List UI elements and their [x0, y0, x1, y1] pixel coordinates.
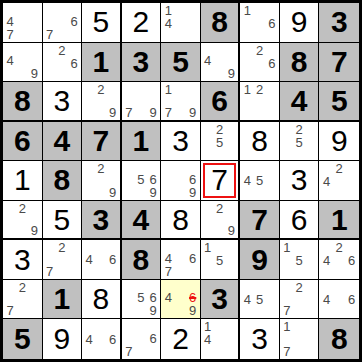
candidate-9: 9: [225, 67, 237, 80]
candidate-7: 7: [44, 28, 56, 41]
solved-digit: 8: [240, 122, 279, 161]
candidate-7: 7: [4, 28, 16, 41]
cell-r2c8[interactable]: 8: [280, 43, 320, 83]
cell-r6c8[interactable]: 6: [280, 201, 320, 241]
candidate-7: 7: [123, 345, 135, 358]
candidate-2: 2: [95, 162, 107, 175]
candidate-1: 1: [202, 241, 214, 254]
pencil-marks: 17: [281, 320, 318, 358]
given-digit: 5: [319, 82, 359, 120]
pencil-marks: 46: [83, 241, 119, 278]
candidate-6: 6: [68, 15, 80, 28]
given-digit: 8: [122, 240, 161, 279]
cell-r3c3[interactable]: 29: [82, 82, 122, 122]
cell-r3c1[interactable]: 8: [3, 82, 43, 122]
cell-r2c7[interactable]: 26: [240, 43, 280, 83]
given-digit: 1: [122, 122, 161, 161]
candidate-9: 9: [187, 186, 199, 199]
sudoku-board: 4767521481693492613549268783297917961245…: [0, 0, 362, 362]
candidate-6: 6: [345, 293, 358, 306]
solved-digit: 3: [280, 161, 319, 200]
pencil-marks: 29: [4, 202, 41, 238]
cell-r9c5[interactable]: 2: [161, 319, 201, 359]
candidate-4: 4: [241, 293, 253, 306]
pencil-marks: 15: [202, 241, 238, 278]
candidate-4: 4: [320, 293, 333, 306]
given-digit: 8: [280, 43, 319, 82]
cell-r3c6[interactable]: 6: [201, 82, 241, 122]
candidate-5: 5: [293, 136, 305, 149]
cell-r4c5[interactable]: 3: [161, 122, 201, 162]
given-digit: 4: [43, 122, 82, 161]
cell-r7c8[interactable]: 15: [280, 240, 320, 280]
candidate-6: 6: [107, 253, 119, 266]
cell-r5c7[interactable]: 45: [240, 161, 280, 201]
cell-r6c3[interactable]: 3: [82, 201, 122, 241]
pencil-marks: 27: [4, 281, 41, 318]
candidate-6: 6: [107, 333, 119, 346]
candidate-4: 4: [162, 252, 174, 265]
candidate-9: 9: [28, 224, 40, 237]
cell-r9c9[interactable]: 8: [319, 319, 359, 359]
cell-r6c6[interactable]: 29: [201, 201, 241, 241]
cell-r2c3[interactable]: 1: [82, 43, 122, 83]
candidate-1: 1: [241, 4, 253, 17]
pencil-marks: 246: [320, 241, 358, 278]
given-digit: 4: [280, 82, 319, 120]
cell-r7c6[interactable]: 15: [201, 240, 241, 280]
cell-r6c5[interactable]: 8: [161, 201, 201, 241]
cell-r2c6[interactable]: 49: [201, 43, 241, 83]
solved-digit: 2: [122, 3, 161, 42]
candidate-4: 4: [241, 174, 253, 187]
candidate-7: 7: [162, 106, 174, 119]
candidate-2: 2: [333, 241, 346, 254]
pencil-marks: 29: [83, 162, 119, 199]
given-digit: 1: [319, 201, 359, 239]
cell-r8c4[interactable]: 569: [122, 280, 162, 320]
candidate-6: 6: [68, 57, 80, 70]
candidate-4: 4: [202, 333, 214, 346]
candidate-2: 2: [95, 83, 107, 96]
pencil-marks: 15: [281, 241, 318, 278]
cell-r3c7[interactable]: 12: [240, 82, 280, 122]
candidate-5: 5: [214, 136, 226, 149]
cell-r4c1[interactable]: 6: [3, 122, 43, 162]
candidate-2: 2: [254, 44, 266, 57]
solved-digit: 2: [161, 319, 200, 359]
solved-digit: 9: [280, 3, 319, 42]
candidate-9: 9: [28, 67, 40, 80]
candidate-9: 9: [147, 304, 159, 317]
candidate-4: 4: [162, 291, 174, 304]
cell-r6c2[interactable]: 5: [43, 201, 83, 241]
cell-r5c9[interactable]: 24: [319, 161, 359, 201]
candidate-2: 2: [214, 202, 226, 215]
pencil-marks: 49: [202, 44, 238, 81]
given-digit: 8: [43, 161, 82, 200]
candidate-2: 2: [293, 281, 305, 294]
candidate-2: 2: [293, 123, 305, 136]
cell-r7c2[interactable]: 27: [43, 240, 83, 280]
given-digit: 7: [82, 122, 120, 161]
solved-digit: 3: [240, 319, 279, 359]
pencil-marks: 16: [241, 4, 278, 41]
solved-digit: 1: [3, 161, 42, 200]
candidate-6: 6: [266, 17, 278, 30]
cell-r6c7[interactable]: 7: [240, 201, 280, 241]
pencil-marks: 69: [162, 162, 199, 199]
candidate-1: 1: [241, 83, 253, 96]
pencil-marks: 45: [241, 281, 278, 318]
pencil-marks: 67: [123, 320, 160, 358]
candidate-2: 2: [56, 241, 68, 254]
solved-digit: 5: [43, 201, 82, 239]
pencil-marks: 29: [83, 83, 119, 119]
cell-r1c8[interactable]: 9: [280, 3, 320, 43]
cell-r9c2[interactable]: 9: [43, 319, 83, 359]
pencil-marks: 179: [162, 83, 199, 119]
candidate-2: 2: [214, 123, 226, 136]
pencil-marks: 469: [162, 281, 199, 318]
solved-digit: 9: [319, 122, 359, 161]
cell-r1c7[interactable]: 16: [240, 3, 280, 43]
given-digit: 3: [122, 43, 161, 82]
candidate-5: 5: [293, 254, 305, 267]
pencil-marks: 12: [241, 83, 278, 119]
pencil-marks: 25: [281, 123, 318, 160]
candidate-9: 9: [147, 186, 159, 199]
candidate-2: 2: [16, 281, 28, 294]
cell-r8c2[interactable]: 1: [43, 280, 83, 320]
given-digit: 3: [82, 201, 120, 239]
pencil-marks: 26: [44, 44, 81, 81]
candidate-4: 4: [162, 17, 174, 30]
pencil-marks: 25: [202, 123, 238, 160]
given-digit: 5: [3, 319, 42, 359]
candidate-9: 9: [187, 304, 199, 317]
cell-r9c4[interactable]: 67: [122, 319, 162, 359]
candidate-7: 7: [281, 345, 293, 358]
solved-digit: 3: [161, 122, 200, 161]
given-digit: 1: [82, 43, 120, 82]
cell-r6c9[interactable]: 1: [319, 201, 359, 241]
cell-r7c4[interactable]: 8: [122, 240, 162, 280]
pencil-marks: 67: [44, 4, 81, 41]
cell-r2c9[interactable]: 7: [319, 43, 359, 83]
candidate-2: 2: [56, 44, 68, 57]
cell-r9c8[interactable]: 17: [280, 319, 320, 359]
cell-r8c1[interactable]: 27: [3, 280, 43, 320]
solved-digit: 6: [280, 201, 319, 239]
pencil-marks: 79: [123, 83, 160, 119]
candidate-7: 7: [281, 304, 293, 317]
candidate-4: 4: [4, 54, 16, 67]
pencil-marks: 49: [4, 44, 41, 81]
cell-r1c1[interactable]: 47: [3, 3, 43, 43]
cell-r5c1[interactable]: 1: [3, 161, 43, 201]
cell-r7c1[interactable]: 3: [3, 240, 43, 280]
pencil-marks: 467: [162, 241, 199, 278]
cell-r2c2[interactable]: 26: [43, 43, 83, 83]
cell-r2c1[interactable]: 49: [3, 43, 43, 83]
cell-r9c7[interactable]: 3: [240, 319, 280, 359]
given-digit: 4: [122, 201, 161, 239]
candidate-6: 6: [147, 173, 159, 186]
cell-r9c6[interactable]: 14: [201, 319, 241, 359]
cell-r8c8[interactable]: 27: [280, 280, 320, 320]
given-digit: 8: [3, 82, 42, 120]
given-digit: 7: [319, 43, 359, 82]
cell-r9c1[interactable]: 5: [3, 319, 43, 359]
cell-r7c5[interactable]: 467: [161, 240, 201, 280]
solved-digit: 9: [43, 319, 82, 359]
candidate-9: 9: [187, 106, 199, 119]
cell-r5c6[interactable]: 7: [201, 161, 241, 201]
pencil-marks: 47: [4, 4, 41, 41]
solved-digit: 5: [82, 3, 120, 42]
cell-r4c3[interactable]: 7: [82, 122, 122, 162]
pencil-marks: 27: [44, 241, 81, 278]
pencil-marks: 46: [83, 320, 119, 358]
candidate-7: 7: [162, 265, 174, 278]
pencil-marks: 24: [320, 162, 358, 199]
pencil-marks: 45: [241, 162, 278, 199]
cell-r1c4[interactable]: 2: [122, 3, 162, 43]
cell-r4c7[interactable]: 8: [240, 122, 280, 162]
cell-r6c4[interactable]: 4: [122, 201, 162, 241]
candidate-6: 6: [147, 332, 159, 345]
candidate-6: 6: [345, 254, 358, 267]
cell-r2c4[interactable]: 3: [122, 43, 162, 83]
cell-r7c7[interactable]: 9: [240, 240, 280, 280]
given-digit: 9: [240, 240, 279, 279]
pencil-marks: 14: [162, 4, 199, 41]
candidate-9: 9: [107, 186, 119, 199]
cell-r5c3[interactable]: 29: [82, 161, 122, 201]
pencil-marks: 569: [123, 281, 160, 318]
pencil-marks: 27: [281, 281, 318, 318]
pencil-marks: 46: [320, 281, 358, 318]
cell-r4c8[interactable]: 25: [280, 122, 320, 162]
cell-r8c7[interactable]: 45: [240, 280, 280, 320]
candidate-4: 4: [320, 175, 333, 188]
candidate-4: 4: [83, 253, 95, 266]
cell-r5c2[interactable]: 8: [43, 161, 83, 201]
given-digit: 7: [240, 201, 279, 239]
candidate-7: 7: [123, 106, 135, 119]
candidate-7: 7: [4, 304, 16, 317]
candidate-5: 5: [254, 174, 266, 187]
cell-r4c9[interactable]: 9: [319, 122, 359, 162]
candidate-5: 5: [214, 254, 226, 267]
solved-digit: 8: [161, 201, 200, 239]
given-digit: 6: [3, 122, 42, 161]
candidate-4: 4: [202, 54, 214, 67]
cell-r1c3[interactable]: 5: [82, 3, 122, 43]
cell-r3c5[interactable]: 179: [161, 82, 201, 122]
cell-r1c5[interactable]: 14: [161, 3, 201, 43]
solved-digit: 3: [43, 82, 82, 120]
cell-r3c8[interactable]: 4: [280, 82, 320, 122]
given-digit: 3: [319, 3, 359, 42]
candidate-2: 2: [333, 162, 346, 175]
candidate-4: 4: [4, 15, 16, 28]
given-digit: 5: [161, 43, 200, 82]
cell-r1c9[interactable]: 3: [319, 3, 359, 43]
candidate-9: 9: [225, 224, 237, 237]
cell-r3c4[interactable]: 79: [122, 82, 162, 122]
solved-digit: 3: [3, 240, 42, 279]
pencil-marks: 29: [202, 202, 238, 238]
cell-r8c6[interactable]: 3: [201, 280, 241, 320]
pencil-marks: 569: [123, 162, 160, 199]
cell-r1c2[interactable]: 67: [43, 3, 83, 43]
candidate-6: 6: [187, 252, 199, 265]
cell-r5c4[interactable]: 569: [122, 161, 162, 201]
candidate-4: 4: [83, 333, 95, 346]
cell-r1c6[interactable]: 8: [201, 3, 241, 43]
cell-r5c8[interactable]: 3: [280, 161, 320, 201]
given-digit: 6: [201, 82, 239, 120]
cell-r8c9[interactable]: 46: [319, 280, 359, 320]
pencil-marks: 26: [241, 44, 278, 81]
solved-digit: 7: [201, 161, 239, 200]
cell-r8c3[interactable]: 8: [82, 280, 122, 320]
cell-r5c5[interactable]: 69: [161, 161, 201, 201]
candidate-5: 5: [135, 173, 147, 186]
cell-r4c6[interactable]: 25: [201, 122, 241, 162]
given-digit: 3: [201, 280, 239, 319]
candidate-1: 1: [281, 320, 293, 333]
cell-r8c5[interactable]: 469: [161, 280, 201, 320]
candidate-7: 7: [44, 265, 56, 278]
cell-r6c1[interactable]: 29: [3, 201, 43, 241]
cell-r4c2[interactable]: 4: [43, 122, 83, 162]
given-digit: 8: [201, 3, 239, 42]
solved-digit: 8: [82, 280, 120, 319]
candidate-9: 9: [107, 106, 119, 119]
cell-r7c3[interactable]: 46: [82, 240, 122, 280]
candidate-6: 6: [187, 173, 199, 186]
pencil-marks: 14: [202, 320, 238, 358]
cell-r7c9[interactable]: 246: [319, 240, 359, 280]
candidate-9: 9: [147, 106, 159, 119]
candidate-1: 1: [162, 83, 174, 96]
cell-r9c3[interactable]: 46: [82, 319, 122, 359]
cell-r4c4[interactable]: 1: [122, 122, 162, 162]
candidate-2: 2: [254, 83, 266, 96]
candidate-5: 5: [254, 293, 266, 306]
candidate-1: 1: [281, 241, 293, 254]
given-digit: 8: [319, 319, 359, 359]
candidate-2: 2: [16, 202, 28, 215]
cell-r3c9[interactable]: 5: [319, 82, 359, 122]
cell-r3c2[interactable]: 3: [43, 82, 83, 122]
candidate-4: 4: [320, 254, 333, 267]
candidate-5: 5: [135, 291, 147, 304]
candidate-6: 6: [266, 57, 278, 70]
cell-r2c5[interactable]: 5: [161, 43, 201, 83]
given-digit: 1: [43, 280, 82, 319]
